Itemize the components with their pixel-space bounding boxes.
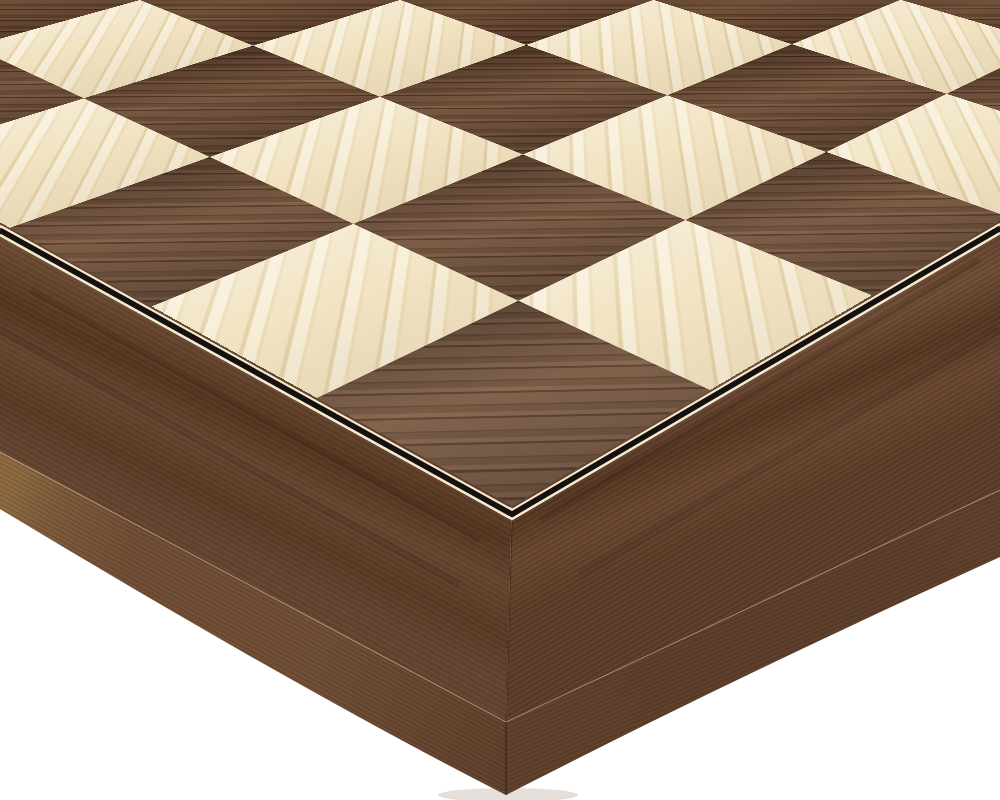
- chessboard-photo: [0, 0, 1000, 800]
